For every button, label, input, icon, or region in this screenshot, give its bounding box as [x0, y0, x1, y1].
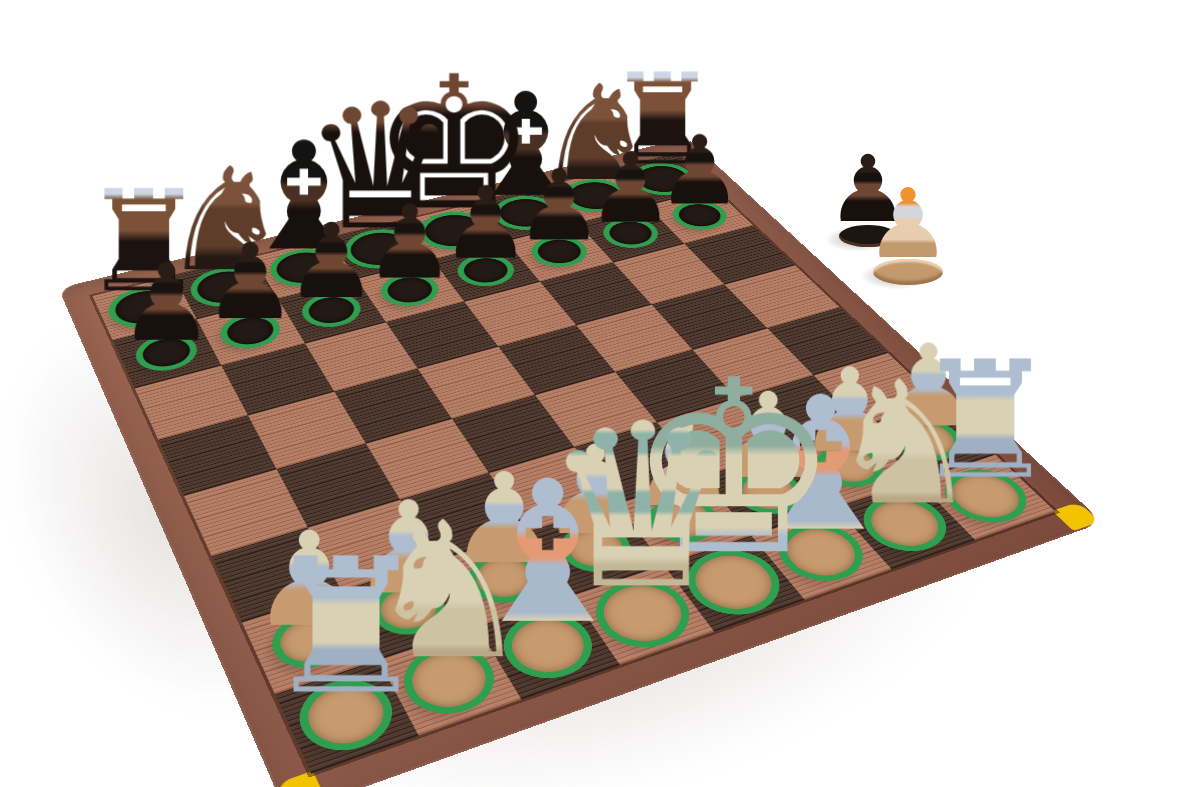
piece-black-pawn-d7: ♟ [364, 192, 455, 293]
spare-orange-pawn-glyph: ♟ [865, 176, 951, 272]
piece-black-pawn-a7: ♟ [119, 249, 214, 356]
black-pawn-glyph: ♟ [364, 192, 455, 293]
black-pawn-glyph: ♟ [119, 249, 214, 356]
piece-black-pawn-c7: ♟ [285, 210, 377, 313]
piece-white-rook-a1: ♜ [263, 534, 430, 720]
black-pawn-glyph: ♟ [285, 210, 377, 313]
scene: ♜♞♝♛♚♝♞♜♟♟♟♟♟♟♟♟♟♟♟♟♟♟♟♟♜♞♝♛♚♝♞♜ ♟ ♟ [0, 0, 1181, 787]
pieces-layer: ♜♞♝♛♚♝♞♜♟♟♟♟♟♟♟♟♟♟♟♟♟♟♟♟♜♞♝♛♚♝♞♜ [58, 138, 687, 288]
piece-black-pawn-b7: ♟ [203, 230, 297, 335]
black-pawn-glyph: ♟ [203, 230, 297, 335]
white-rook-glyph: ♜ [263, 534, 430, 720]
